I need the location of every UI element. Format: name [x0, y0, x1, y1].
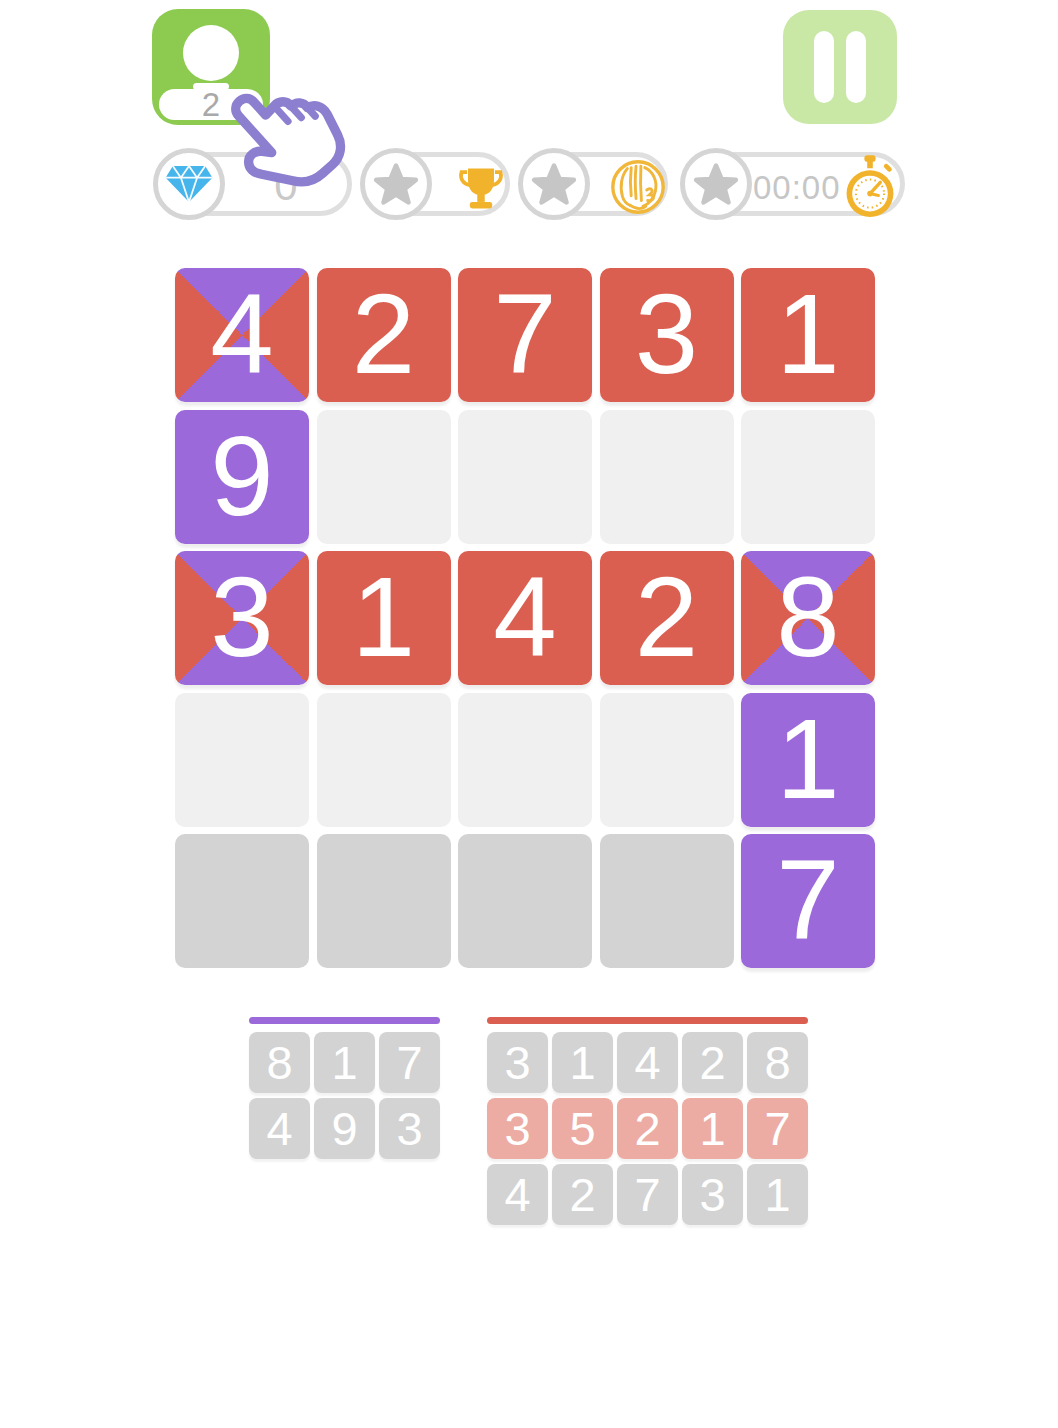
star-icon: [531, 161, 577, 207]
trophy-icon: [455, 162, 507, 218]
star-badge: [360, 148, 432, 220]
board-cell-r4c1[interactable]: [175, 693, 309, 827]
game-screen: { "game": "number-fit strip puzzle (drag…: [0, 0, 1058, 1428]
clue-tile[interactable]: 9: [314, 1098, 375, 1159]
clue-strip-placed: 817: [249, 1032, 440, 1093]
clue-tile[interactable]: 1: [682, 1098, 743, 1159]
clue-tile[interactable]: 4: [249, 1098, 310, 1159]
board-cell-r1c3[interactable]: 7: [458, 268, 592, 402]
time-achievement-pill: 00:00: [682, 152, 905, 216]
board-cell-r3c1[interactable]: 3: [175, 551, 309, 685]
board-cell-r5c5[interactable]: 7: [741, 834, 875, 968]
board-grid: 4273193142817: [175, 268, 875, 968]
clue-tile[interactable]: 8: [249, 1032, 310, 1093]
board-cell-r4c3[interactable]: [458, 693, 592, 827]
board-cell-r1c4[interactable]: 3: [600, 268, 734, 402]
board-cell-r3c2[interactable]: 1: [317, 551, 451, 685]
clue-strip-active: 35217: [487, 1098, 808, 1159]
diamond-icon: [162, 162, 216, 206]
board-cell-r4c4[interactable]: [600, 693, 734, 827]
clue-tile[interactable]: 1: [552, 1032, 613, 1093]
clue-tile[interactable]: 3: [379, 1098, 440, 1159]
vertical-strips-tray: 817493: [249, 1017, 440, 1164]
board-cell-r5c1[interactable]: [175, 834, 309, 968]
board-cell-r2c4[interactable]: [600, 410, 734, 544]
board-cell-r2c3[interactable]: [458, 410, 592, 544]
board-cell-r3c5[interactable]: 8: [741, 551, 875, 685]
trophy-achievement-pill: [362, 152, 510, 216]
board-cell-r2c5[interactable]: [741, 410, 875, 544]
vertical-strips-bar: [249, 1017, 440, 1024]
clue-strip-placed: 493: [249, 1098, 440, 1159]
clue-tile[interactable]: 7: [747, 1098, 808, 1159]
clue-tile[interactable]: 3: [487, 1032, 548, 1093]
clue-tile[interactable]: 3: [487, 1098, 548, 1159]
pause-button[interactable]: [783, 10, 897, 124]
board-cell-r2c1[interactable]: 9: [175, 410, 309, 544]
clue-tile[interactable]: 7: [379, 1032, 440, 1093]
clue-strip-placed: 31428: [487, 1032, 808, 1093]
facepalm-icon: [607, 156, 669, 222]
board-cell-r3c3[interactable]: 4: [458, 551, 592, 685]
board-cell-r5c4[interactable]: [600, 834, 734, 968]
horizontal-strips-tray: 314283521742731: [487, 1017, 808, 1230]
board-cell-r5c3[interactable]: [458, 834, 592, 968]
board-cell-r5c2[interactable]: [317, 834, 451, 968]
clue-tile[interactable]: 1: [314, 1032, 375, 1093]
star-badge: [680, 148, 752, 220]
timer-value: 00:00: [753, 169, 841, 207]
clue-tile[interactable]: 5: [552, 1098, 613, 1159]
clue-tile[interactable]: 2: [552, 1164, 613, 1225]
hand-pointer-cursor: [215, 76, 349, 210]
clue-tile[interactable]: 3: [682, 1164, 743, 1225]
clue-tile[interactable]: 1: [747, 1164, 808, 1225]
star-badge: [518, 148, 590, 220]
no-peek-achievement-pill: [520, 152, 668, 216]
pause-icon: [814, 31, 834, 103]
clue-tile[interactable]: 7: [617, 1164, 678, 1225]
clue-tile[interactable]: 2: [682, 1032, 743, 1093]
board-cell-r1c5[interactable]: 1: [741, 268, 875, 402]
pause-icon: [846, 31, 866, 103]
board-cell-r4c5[interactable]: 1: [741, 693, 875, 827]
board-cell-r1c2[interactable]: 2: [317, 268, 451, 402]
board-cell-r1c1[interactable]: 4: [175, 268, 309, 402]
clue-tile[interactable]: 8: [747, 1032, 808, 1093]
board-cell-r2c2[interactable]: [317, 410, 451, 544]
clue-strip-placed: 42731: [487, 1164, 808, 1225]
board-cell-r3c4[interactable]: 2: [600, 551, 734, 685]
stopwatch-icon: [840, 154, 900, 224]
clue-tile[interactable]: 2: [617, 1098, 678, 1159]
star-icon: [693, 161, 739, 207]
clue-tile[interactable]: 4: [617, 1032, 678, 1093]
horizontal-strips-bar: [487, 1017, 808, 1024]
star-icon: [373, 161, 419, 207]
board-cell-r4c2[interactable]: [317, 693, 451, 827]
clue-tile[interactable]: 4: [487, 1164, 548, 1225]
